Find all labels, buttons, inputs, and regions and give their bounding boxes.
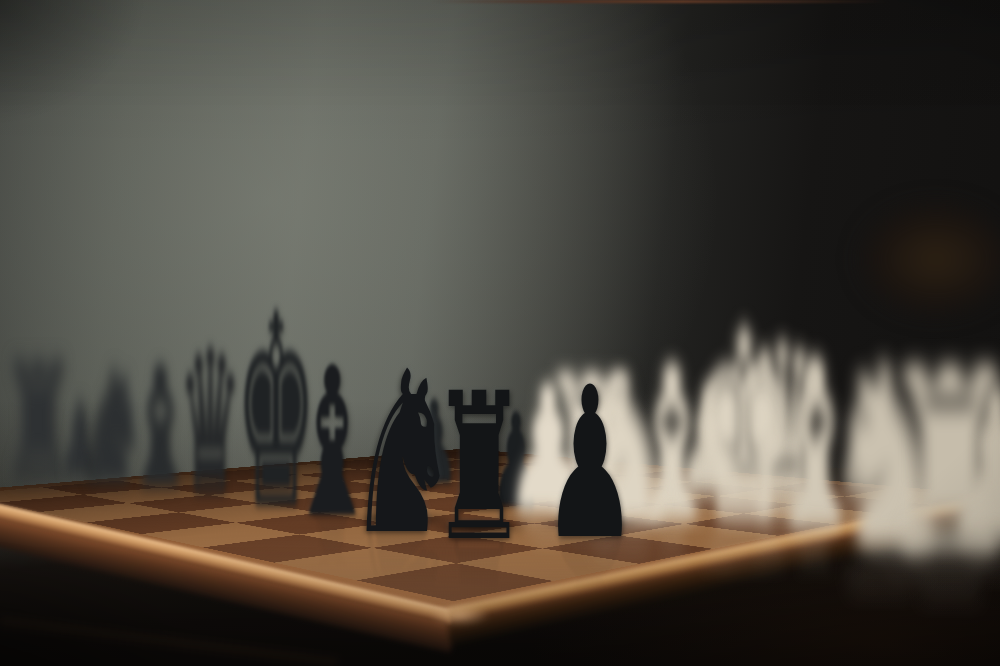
- piece-black-pawn-h7: ♟: [542, 359, 638, 568]
- piece-black-rook-h8: ♜: [431, 367, 527, 570]
- pieces-layer: ♜♞♟♝♛♚♝♝♞♞♟♟♟♜♜♟♟♟♟♜♜♞♞♝♝♟♚♚♛♛♝♝♞♞♜♜♟♟: [0, 0, 1000, 666]
- piece-black-queen-d8: ♛: [178, 324, 242, 521]
- photo-stage: ♜♞♟♝♛♚♝♝♞♞♟♟♟♜♜♟♟♟♟♜♜♞♞♝♝♟♚♚♛♛♝♝♞♞♜♜♟♟: [0, 0, 1000, 666]
- piece-white-rook-h1: ♜: [877, 336, 1000, 590]
